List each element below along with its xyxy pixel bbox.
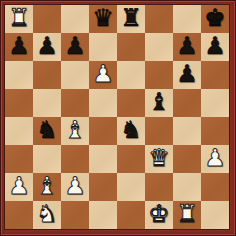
- white-pawn-piece[interactable]: ♟: [8, 172, 30, 200]
- black-knight-piece[interactable]: ♞: [120, 116, 142, 144]
- square-c8[interactable]: [61, 5, 89, 33]
- square-g7[interactable]: ♟: [173, 33, 201, 61]
- square-c5[interactable]: [61, 89, 89, 117]
- white-knight-piece[interactable]: ♞: [36, 200, 58, 228]
- square-h6[interactable]: [201, 61, 229, 89]
- white-queen-piece[interactable]: ♛: [148, 144, 170, 172]
- square-b4[interactable]: ♞: [33, 117, 61, 145]
- square-b7[interactable]: ♟: [33, 33, 61, 61]
- square-d3[interactable]: [89, 145, 117, 173]
- square-a8[interactable]: ♜: [5, 5, 33, 33]
- black-queen-piece[interactable]: ♛: [92, 4, 114, 32]
- board-frame: ♜♛♜♚♟♟♟♟♟♟♟♝♞♝♞♛♟♟♝♟♞♚♜: [0, 0, 236, 236]
- square-d4[interactable]: [89, 117, 117, 145]
- square-e3[interactable]: [117, 145, 145, 173]
- black-bishop-piece[interactable]: ♝: [148, 88, 170, 116]
- square-h2[interactable]: [201, 173, 229, 201]
- square-f5[interactable]: ♝: [145, 89, 173, 117]
- square-g6[interactable]: ♟: [173, 61, 201, 89]
- square-a6[interactable]: [5, 61, 33, 89]
- square-h7[interactable]: ♟: [201, 33, 229, 61]
- square-h1[interactable]: [201, 201, 229, 229]
- square-g3[interactable]: [173, 145, 201, 173]
- square-g1[interactable]: ♜: [173, 201, 201, 229]
- square-c2[interactable]: ♟: [61, 173, 89, 201]
- square-a7[interactable]: ♟: [5, 33, 33, 61]
- square-a3[interactable]: [5, 145, 33, 173]
- white-pawn-piece[interactable]: ♟: [204, 144, 226, 172]
- square-e6[interactable]: [117, 61, 145, 89]
- square-h4[interactable]: [201, 117, 229, 145]
- white-rook-piece[interactable]: ♜: [176, 200, 198, 228]
- square-g8[interactable]: [173, 5, 201, 33]
- square-f4[interactable]: [145, 117, 173, 145]
- square-c6[interactable]: [61, 61, 89, 89]
- square-h3[interactable]: ♟: [201, 145, 229, 173]
- square-f3[interactable]: ♛: [145, 145, 173, 173]
- square-e4[interactable]: ♞: [117, 117, 145, 145]
- square-h5[interactable]: [201, 89, 229, 117]
- square-d1[interactable]: [89, 201, 117, 229]
- square-b6[interactable]: [33, 61, 61, 89]
- square-d7[interactable]: [89, 33, 117, 61]
- black-pawn-piece[interactable]: ♟: [176, 32, 198, 60]
- square-f6[interactable]: [145, 61, 173, 89]
- square-e7[interactable]: [117, 33, 145, 61]
- square-e5[interactable]: [117, 89, 145, 117]
- square-f2[interactable]: [145, 173, 173, 201]
- square-d2[interactable]: [89, 173, 117, 201]
- square-d6[interactable]: ♟: [89, 61, 117, 89]
- white-rook-piece[interactable]: ♜: [8, 4, 30, 32]
- black-pawn-piece[interactable]: ♟: [64, 32, 86, 60]
- black-rook-piece[interactable]: ♜: [120, 4, 142, 32]
- square-g4[interactable]: [173, 117, 201, 145]
- square-c3[interactable]: [61, 145, 89, 173]
- square-d8[interactable]: ♛: [89, 5, 117, 33]
- black-pawn-piece[interactable]: ♟: [204, 32, 226, 60]
- square-f8[interactable]: [145, 5, 173, 33]
- white-bishop-piece[interactable]: ♝: [36, 172, 58, 200]
- black-pawn-piece[interactable]: ♟: [36, 32, 58, 60]
- square-e1[interactable]: [117, 201, 145, 229]
- chess-board: ♜♛♜♚♟♟♟♟♟♟♟♝♞♝♞♛♟♟♝♟♞♚♜: [5, 5, 229, 229]
- square-f1[interactable]: ♚: [145, 201, 173, 229]
- black-pawn-piece[interactable]: ♟: [176, 60, 198, 88]
- square-b8[interactable]: [33, 5, 61, 33]
- white-pawn-piece[interactable]: ♟: [92, 60, 114, 88]
- square-a4[interactable]: [5, 117, 33, 145]
- square-a5[interactable]: [5, 89, 33, 117]
- square-b5[interactable]: [33, 89, 61, 117]
- square-g2[interactable]: [173, 173, 201, 201]
- white-bishop-piece[interactable]: ♝: [64, 116, 86, 144]
- square-e2[interactable]: [117, 173, 145, 201]
- square-f7[interactable]: [145, 33, 173, 61]
- square-b1[interactable]: ♞: [33, 201, 61, 229]
- square-a2[interactable]: ♟: [5, 173, 33, 201]
- white-king-piece[interactable]: ♚: [148, 200, 170, 228]
- square-h8[interactable]: ♚: [201, 5, 229, 33]
- square-g5[interactable]: [173, 89, 201, 117]
- square-c1[interactable]: [61, 201, 89, 229]
- black-knight-piece[interactable]: ♞: [36, 116, 58, 144]
- square-b3[interactable]: [33, 145, 61, 173]
- black-king-piece[interactable]: ♚: [204, 4, 226, 32]
- square-a1[interactable]: [5, 201, 33, 229]
- square-d5[interactable]: [89, 89, 117, 117]
- square-b2[interactable]: ♝: [33, 173, 61, 201]
- white-pawn-piece[interactable]: ♟: [64, 172, 86, 200]
- square-c7[interactable]: ♟: [61, 33, 89, 61]
- square-e8[interactable]: ♜: [117, 5, 145, 33]
- square-c4[interactable]: ♝: [61, 117, 89, 145]
- black-pawn-piece[interactable]: ♟: [8, 32, 30, 60]
